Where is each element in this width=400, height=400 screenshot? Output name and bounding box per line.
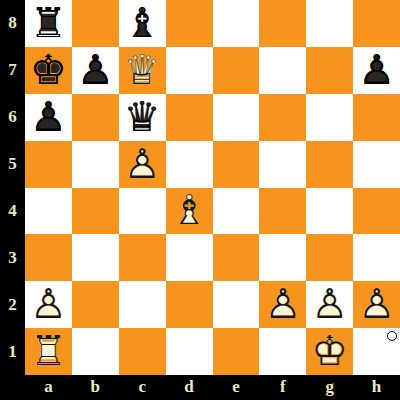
square-g4[interactable] xyxy=(306,188,353,235)
piece-black-king[interactable]: ♚♔ xyxy=(25,47,72,94)
square-a4[interactable] xyxy=(25,188,72,235)
white-pawn-glyph-outline: ♙ xyxy=(25,281,72,328)
white-bishop-glyph-outline: ♗ xyxy=(166,188,213,235)
square-d4[interactable]: ♝♗ xyxy=(166,188,213,235)
black-pawn-glyph-outline: ♙ xyxy=(72,47,119,94)
piece-white-pawn[interactable]: ♟♙ xyxy=(259,281,306,328)
square-c8[interactable]: ♝♗ xyxy=(119,0,166,47)
piece-white-bishop[interactable]: ♝♗ xyxy=(166,188,213,235)
file-label-g: g xyxy=(306,375,353,400)
rank-label-4: 4 xyxy=(0,188,25,235)
black-pawn-glyph-outline: ♙ xyxy=(353,47,400,94)
white-pawn-glyph-outline: ♙ xyxy=(306,281,353,328)
black-king-glyph-outline: ♔ xyxy=(25,47,72,94)
file-label-e: e xyxy=(213,375,260,400)
board-corner xyxy=(0,375,25,400)
square-a2[interactable]: ♟♙ xyxy=(25,281,72,328)
square-h7[interactable]: ♟♙ xyxy=(353,47,400,94)
piece-white-king[interactable]: ♚♔ xyxy=(306,328,353,375)
file-label-b: b xyxy=(72,375,119,400)
rank-label-8: 8 xyxy=(0,0,25,47)
black-rook-glyph-outline: ♖ xyxy=(25,0,72,47)
piece-black-pawn[interactable]: ♟♙ xyxy=(25,94,72,141)
square-d2[interactable] xyxy=(166,281,213,328)
rank-label-5: 5 xyxy=(0,141,25,188)
square-b8[interactable] xyxy=(72,0,119,47)
square-h4[interactable] xyxy=(353,188,400,235)
black-queen-glyph-outline: ♕ xyxy=(119,94,166,141)
square-b6[interactable] xyxy=(72,94,119,141)
annotation-circle-h1 xyxy=(387,331,397,341)
square-f1[interactable] xyxy=(259,328,306,375)
square-a1[interactable]: ♜♖ xyxy=(25,328,72,375)
square-d1[interactable] xyxy=(166,328,213,375)
piece-white-pawn[interactable]: ♟♙ xyxy=(353,281,400,328)
square-b1[interactable] xyxy=(72,328,119,375)
square-h8[interactable] xyxy=(353,0,400,47)
square-b3[interactable] xyxy=(72,234,119,281)
rank-label-2: 2 xyxy=(0,281,25,328)
piece-black-pawn[interactable]: ♟♙ xyxy=(353,47,400,94)
square-c4[interactable] xyxy=(119,188,166,235)
white-pawn-glyph-outline: ♙ xyxy=(259,281,306,328)
square-e6[interactable] xyxy=(213,94,260,141)
file-label-c: c xyxy=(119,375,166,400)
piece-white-pawn[interactable]: ♟♙ xyxy=(119,141,166,188)
square-g1[interactable]: ♚♔ xyxy=(306,328,353,375)
piece-black-rook[interactable]: ♜♖ xyxy=(25,0,72,47)
file-label-a: a xyxy=(25,375,72,400)
square-c2[interactable] xyxy=(119,281,166,328)
chessboard-frame: 87654321 ♜♖♝♗♚♔♟♙♛♕♟♙♟♙♛♕♟♙♝♗♟♙♟♙♟♙♟♙♜♖♚… xyxy=(0,0,400,400)
file-label-d: d xyxy=(166,375,213,400)
square-f5[interactable] xyxy=(259,141,306,188)
white-king-glyph-outline: ♔ xyxy=(306,328,353,375)
square-g8[interactable] xyxy=(306,0,353,47)
file-labels: abcdefgh xyxy=(25,375,400,400)
square-f4[interactable] xyxy=(259,188,306,235)
square-h2[interactable]: ♟♙ xyxy=(353,281,400,328)
square-h3[interactable] xyxy=(353,234,400,281)
piece-white-pawn[interactable]: ♟♙ xyxy=(25,281,72,328)
square-d8[interactable] xyxy=(166,0,213,47)
rank-labels: 87654321 xyxy=(0,0,25,375)
square-c3[interactable] xyxy=(119,234,166,281)
chess-board: ♜♖♝♗♚♔♟♙♛♕♟♙♟♙♛♕♟♙♝♗♟♙♟♙♟♙♟♙♜♖♚♔ xyxy=(25,0,400,375)
square-b5[interactable] xyxy=(72,141,119,188)
square-f2[interactable]: ♟♙ xyxy=(259,281,306,328)
white-pawn-glyph-outline: ♙ xyxy=(353,281,400,328)
square-h1[interactable] xyxy=(353,328,400,375)
square-f7[interactable] xyxy=(259,47,306,94)
square-d6[interactable] xyxy=(166,94,213,141)
rank-label-3: 3 xyxy=(0,234,25,281)
square-b4[interactable] xyxy=(72,188,119,235)
square-e5[interactable] xyxy=(213,141,260,188)
piece-white-pawn[interactable]: ♟♙ xyxy=(306,281,353,328)
square-a3[interactable] xyxy=(25,234,72,281)
square-c6[interactable]: ♛♕ xyxy=(119,94,166,141)
square-h6[interactable] xyxy=(353,94,400,141)
white-queen-glyph-outline: ♕ xyxy=(119,47,166,94)
square-f3[interactable] xyxy=(259,234,306,281)
square-a8[interactable]: ♜♖ xyxy=(25,0,72,47)
square-a5[interactable] xyxy=(25,141,72,188)
square-b2[interactable] xyxy=(72,281,119,328)
square-d7[interactable] xyxy=(166,47,213,94)
square-h5[interactable] xyxy=(353,141,400,188)
square-g7[interactable] xyxy=(306,47,353,94)
square-e7[interactable] xyxy=(213,47,260,94)
square-e2[interactable] xyxy=(213,281,260,328)
square-f6[interactable] xyxy=(259,94,306,141)
square-a6[interactable]: ♟♙ xyxy=(25,94,72,141)
rank-label-7: 7 xyxy=(0,47,25,94)
file-label-h: h xyxy=(353,375,400,400)
file-label-f: f xyxy=(259,375,306,400)
square-d5[interactable] xyxy=(166,141,213,188)
square-e4[interactable] xyxy=(213,188,260,235)
black-pawn-glyph-outline: ♙ xyxy=(25,94,72,141)
square-g2[interactable]: ♟♙ xyxy=(306,281,353,328)
rank-label-6: 6 xyxy=(0,94,25,141)
piece-black-bishop[interactable]: ♝♗ xyxy=(119,0,166,47)
square-b7[interactable]: ♟♙ xyxy=(72,47,119,94)
square-c7[interactable]: ♛♕ xyxy=(119,47,166,94)
square-c1[interactable] xyxy=(119,328,166,375)
rank-label-1: 1 xyxy=(0,328,25,375)
square-g5[interactable] xyxy=(306,141,353,188)
square-e3[interactable] xyxy=(213,234,260,281)
square-a7[interactable]: ♚♔ xyxy=(25,47,72,94)
piece-white-queen[interactable]: ♛♕ xyxy=(119,47,166,94)
square-d3[interactable] xyxy=(166,234,213,281)
square-e1[interactable] xyxy=(213,328,260,375)
piece-black-pawn[interactable]: ♟♙ xyxy=(72,47,119,94)
white-rook-glyph-outline: ♖ xyxy=(25,328,72,375)
square-f8[interactable] xyxy=(259,0,306,47)
square-c5[interactable]: ♟♙ xyxy=(119,141,166,188)
square-e8[interactable] xyxy=(213,0,260,47)
white-pawn-glyph-outline: ♙ xyxy=(119,141,166,188)
piece-black-queen[interactable]: ♛♕ xyxy=(119,94,166,141)
square-g6[interactable] xyxy=(306,94,353,141)
black-bishop-glyph-outline: ♗ xyxy=(119,0,166,47)
piece-white-rook[interactable]: ♜♖ xyxy=(25,328,72,375)
square-g3[interactable] xyxy=(306,234,353,281)
